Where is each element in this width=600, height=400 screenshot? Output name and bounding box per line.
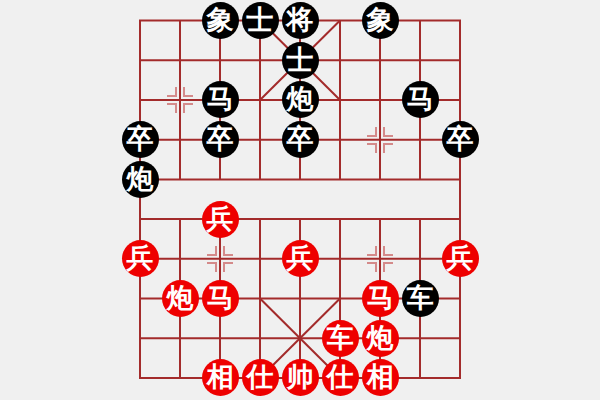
piece-red-elephant[interactable]: 相 xyxy=(202,359,239,396)
xiangqi-board-screen: 象士将象士马炮马卒卒卒卒炮兵兵兵兵炮马马车车炮相仕帅仕相 xyxy=(0,0,600,400)
piece-black-cannon[interactable]: 炮 xyxy=(282,81,319,118)
piece-red-chariot[interactable]: 车 xyxy=(322,320,359,357)
piece-red-soldier[interactable]: 兵 xyxy=(442,240,479,277)
piece-red-cannon[interactable]: 炮 xyxy=(362,320,399,357)
piece-red-cannon[interactable]: 炮 xyxy=(162,280,199,317)
piece-red-advisor[interactable]: 仕 xyxy=(242,359,279,396)
piece-black-soldier[interactable]: 卒 xyxy=(122,121,159,158)
piece-black-elephant[interactable]: 象 xyxy=(202,2,239,39)
piece-black-chariot[interactable]: 车 xyxy=(402,280,439,317)
piece-black-elephant[interactable]: 象 xyxy=(362,2,399,39)
piece-black-soldier[interactable]: 卒 xyxy=(282,121,319,158)
piece-black-soldier[interactable]: 卒 xyxy=(442,121,479,158)
piece-black-advisor[interactable]: 士 xyxy=(282,42,319,79)
piece-black-horse[interactable]: 马 xyxy=(202,81,239,118)
piece-red-elephant[interactable]: 相 xyxy=(362,359,399,396)
piece-black-soldier[interactable]: 卒 xyxy=(202,121,239,158)
piece-red-soldier[interactable]: 兵 xyxy=(282,240,319,277)
piece-red-soldier[interactable]: 兵 xyxy=(202,201,239,238)
piece-black-advisor[interactable]: 士 xyxy=(242,2,279,39)
piece-red-general[interactable]: 帅 xyxy=(282,359,319,396)
piece-red-soldier[interactable]: 兵 xyxy=(122,240,159,277)
piece-black-general[interactable]: 将 xyxy=(282,2,319,39)
piece-red-horse[interactable]: 马 xyxy=(362,280,399,317)
piece-red-horse[interactable]: 马 xyxy=(202,280,239,317)
piece-black-cannon[interactable]: 炮 xyxy=(122,161,159,198)
piece-red-advisor[interactable]: 仕 xyxy=(322,359,359,396)
piece-black-horse[interactable]: 马 xyxy=(402,81,439,118)
